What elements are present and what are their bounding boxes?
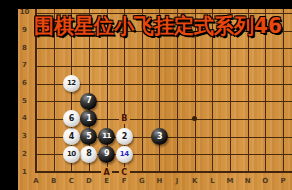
stone-number: 6 [69, 115, 74, 123]
col-label-l: L [207, 178, 217, 185]
stone-number: 1 [86, 115, 91, 123]
stone-number: 2 [122, 133, 127, 141]
row-label-4: 4 [18, 115, 31, 122]
stone-number: 7 [86, 97, 91, 105]
video-title: 围棋星位小飞挂定式系列46 [24, 12, 292, 39]
col-label-j: J [172, 178, 182, 185]
stone-number: 11 [102, 133, 111, 140]
stone-number: 8 [86, 150, 91, 158]
stone-number: 4 [69, 133, 74, 141]
row-label-3: 3 [18, 133, 31, 140]
marker-c-f1: C [119, 167, 130, 177]
row-label-2: 2 [18, 151, 31, 158]
stone-white-10-c2: 10 [63, 146, 80, 163]
row-label-8: 8 [18, 45, 31, 52]
stone-number: 14 [120, 151, 129, 158]
marker-b-f4: B [119, 114, 130, 124]
stone-black-9-e2: 9 [98, 146, 115, 163]
stone-black-3-h3: 3 [151, 128, 168, 145]
stone-white-12-c6: 12 [63, 75, 80, 92]
col-label-g: G [137, 178, 147, 185]
col-label-e: E [102, 178, 112, 185]
col-label-h: H [154, 178, 164, 185]
col-label-p: P [278, 178, 288, 185]
col-label-b: B [49, 178, 59, 185]
stone-white-2-f3: 2 [116, 128, 133, 145]
col-label-a: A [31, 178, 41, 185]
marker-a-e1: A [101, 167, 112, 177]
stone-white-4-c3: 4 [63, 128, 80, 145]
stone-white-14-f2: 14 [116, 146, 133, 163]
stone-number: 12 [67, 80, 76, 87]
col-label-f: F [119, 178, 129, 185]
stone-number: 9 [104, 150, 109, 158]
board-bottom-edge-line [35, 171, 292, 173]
stone-number: 3 [157, 133, 162, 141]
row-label-6: 6 [18, 80, 31, 87]
col-label-c: C [66, 178, 76, 185]
col-label-m: M [225, 178, 235, 185]
col-label-d: D [84, 178, 94, 185]
video-frame: ABCDEFGHJKLMNOP12345678910ABC12345678910… [0, 0, 292, 190]
stone-number: 10 [67, 151, 76, 158]
col-label-k: K [190, 178, 200, 185]
col-label-o: O [260, 178, 270, 185]
row-label-1: 1 [18, 169, 31, 176]
stone-number: 5 [86, 133, 91, 141]
col-label-n: N [243, 178, 253, 185]
row-label-7: 7 [18, 62, 31, 69]
row-label-5: 5 [18, 98, 31, 105]
